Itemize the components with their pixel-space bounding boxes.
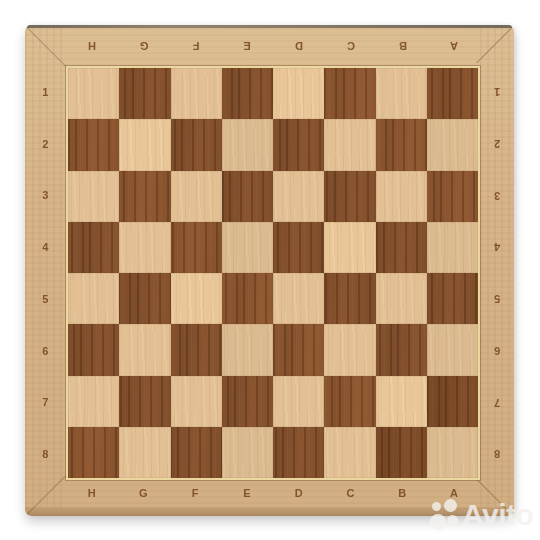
- file-label-bottom-b: B: [377, 479, 429, 507]
- square-f7: [171, 376, 222, 427]
- rank-label-left-2: 2: [25, 118, 66, 170]
- file-labels-bottom: HGFEDCBA: [66, 479, 480, 507]
- avito-logo-dot: [432, 502, 441, 511]
- square-a2: [427, 119, 478, 170]
- square-f5: [171, 273, 222, 324]
- file-label-top-a: A: [428, 27, 480, 66]
- square-d3: [273, 171, 324, 222]
- square-c1: [324, 68, 375, 119]
- rank-labels-left: 12345678: [25, 66, 66, 480]
- file-label-top-e: E: [221, 27, 273, 66]
- rank-labels-right: 12345678: [480, 66, 514, 480]
- file-label-bottom-c: C: [325, 479, 377, 507]
- avito-watermark-text: Avito: [462, 499, 533, 531]
- square-b3: [376, 171, 427, 222]
- rank-label-right-2: 2: [480, 118, 514, 170]
- square-e6: [222, 324, 273, 375]
- square-h6: [68, 324, 119, 375]
- square-f6: [171, 324, 222, 375]
- rank-label-left-8: 8: [25, 428, 66, 480]
- file-label-top-d: D: [273, 27, 325, 66]
- square-d2: [273, 119, 324, 170]
- rank-label-left-5: 5: [25, 273, 66, 325]
- square-h1: [68, 68, 119, 119]
- square-e2: [222, 119, 273, 170]
- square-b4: [376, 222, 427, 273]
- square-f4: [171, 222, 222, 273]
- square-c4: [324, 222, 375, 273]
- square-d1: [273, 68, 324, 119]
- square-h7: [68, 376, 119, 427]
- square-h2: [68, 119, 119, 170]
- rank-label-right-1: 1: [480, 66, 514, 118]
- square-g8: [119, 427, 170, 478]
- rank-label-left-6: 6: [25, 325, 66, 377]
- square-h4: [68, 222, 119, 273]
- avito-logo-dot: [430, 514, 446, 530]
- square-e1: [222, 68, 273, 119]
- file-label-bottom-g: G: [118, 479, 170, 507]
- rank-label-right-7: 7: [480, 377, 514, 429]
- rank-label-left-1: 1: [25, 66, 66, 118]
- square-b8: [376, 427, 427, 478]
- rank-label-right-4: 4: [480, 221, 514, 273]
- square-b2: [376, 119, 427, 170]
- rank-label-left-3: 3: [25, 170, 66, 222]
- square-e4: [222, 222, 273, 273]
- square-g4: [119, 222, 170, 273]
- rank-label-right-3: 3: [480, 170, 514, 222]
- square-c8: [324, 427, 375, 478]
- square-g3: [119, 171, 170, 222]
- square-b1: [376, 68, 427, 119]
- square-c7: [324, 376, 375, 427]
- square-c2: [324, 119, 375, 170]
- square-d8: [273, 427, 324, 478]
- square-a4: [427, 222, 478, 273]
- file-label-top-f: F: [170, 27, 222, 66]
- square-h5: [68, 273, 119, 324]
- rank-label-left-4: 4: [25, 221, 66, 273]
- file-label-top-g: G: [118, 27, 170, 66]
- file-label-bottom-e: E: [221, 479, 273, 507]
- square-f2: [171, 119, 222, 170]
- rank-label-left-7: 7: [25, 377, 66, 429]
- square-a1: [427, 68, 478, 119]
- rank-label-right-8: 8: [480, 428, 514, 480]
- square-a6: [427, 324, 478, 375]
- file-label-top-b: B: [377, 27, 429, 66]
- square-g2: [119, 119, 170, 170]
- square-e7: [222, 376, 273, 427]
- square-a8: [427, 427, 478, 478]
- photo-background: HGFEDCBA HGFEDCBA 12345678 12345678 Avit…: [0, 0, 540, 540]
- square-b6: [376, 324, 427, 375]
- square-b7: [376, 376, 427, 427]
- square-b5: [376, 273, 427, 324]
- square-g1: [119, 68, 170, 119]
- rank-label-right-5: 5: [480, 273, 514, 325]
- file-label-bottom-d: D: [273, 479, 325, 507]
- square-f1: [171, 68, 222, 119]
- square-d5: [273, 273, 324, 324]
- square-a5: [427, 273, 478, 324]
- square-c3: [324, 171, 375, 222]
- avito-watermark: Avito: [430, 499, 533, 531]
- square-h3: [68, 171, 119, 222]
- rank-label-right-6: 6: [480, 325, 514, 377]
- square-d7: [273, 376, 324, 427]
- board-grid: [68, 68, 478, 478]
- square-e5: [222, 273, 273, 324]
- square-g5: [119, 273, 170, 324]
- square-g6: [119, 324, 170, 375]
- square-f3: [171, 171, 222, 222]
- file-labels-top: HGFEDCBA: [66, 27, 480, 66]
- avito-logo-dot: [444, 499, 457, 512]
- playing-area: [66, 66, 480, 480]
- file-label-bottom-h: H: [66, 479, 118, 507]
- square-a3: [427, 171, 478, 222]
- square-d4: [273, 222, 324, 273]
- square-g7: [119, 376, 170, 427]
- file-label-top-h: H: [66, 27, 118, 66]
- square-c6: [324, 324, 375, 375]
- square-a7: [427, 376, 478, 427]
- file-label-top-c: C: [325, 27, 377, 66]
- square-e8: [222, 427, 273, 478]
- square-c5: [324, 273, 375, 324]
- avito-logo-icon: [430, 499, 459, 531]
- file-label-bottom-f: F: [170, 479, 222, 507]
- square-h8: [68, 427, 119, 478]
- chess-board: HGFEDCBA HGFEDCBA 12345678 12345678: [25, 25, 514, 516]
- square-d6: [273, 324, 324, 375]
- square-f8: [171, 427, 222, 478]
- square-e3: [222, 171, 273, 222]
- avito-logo-dot: [447, 515, 458, 526]
